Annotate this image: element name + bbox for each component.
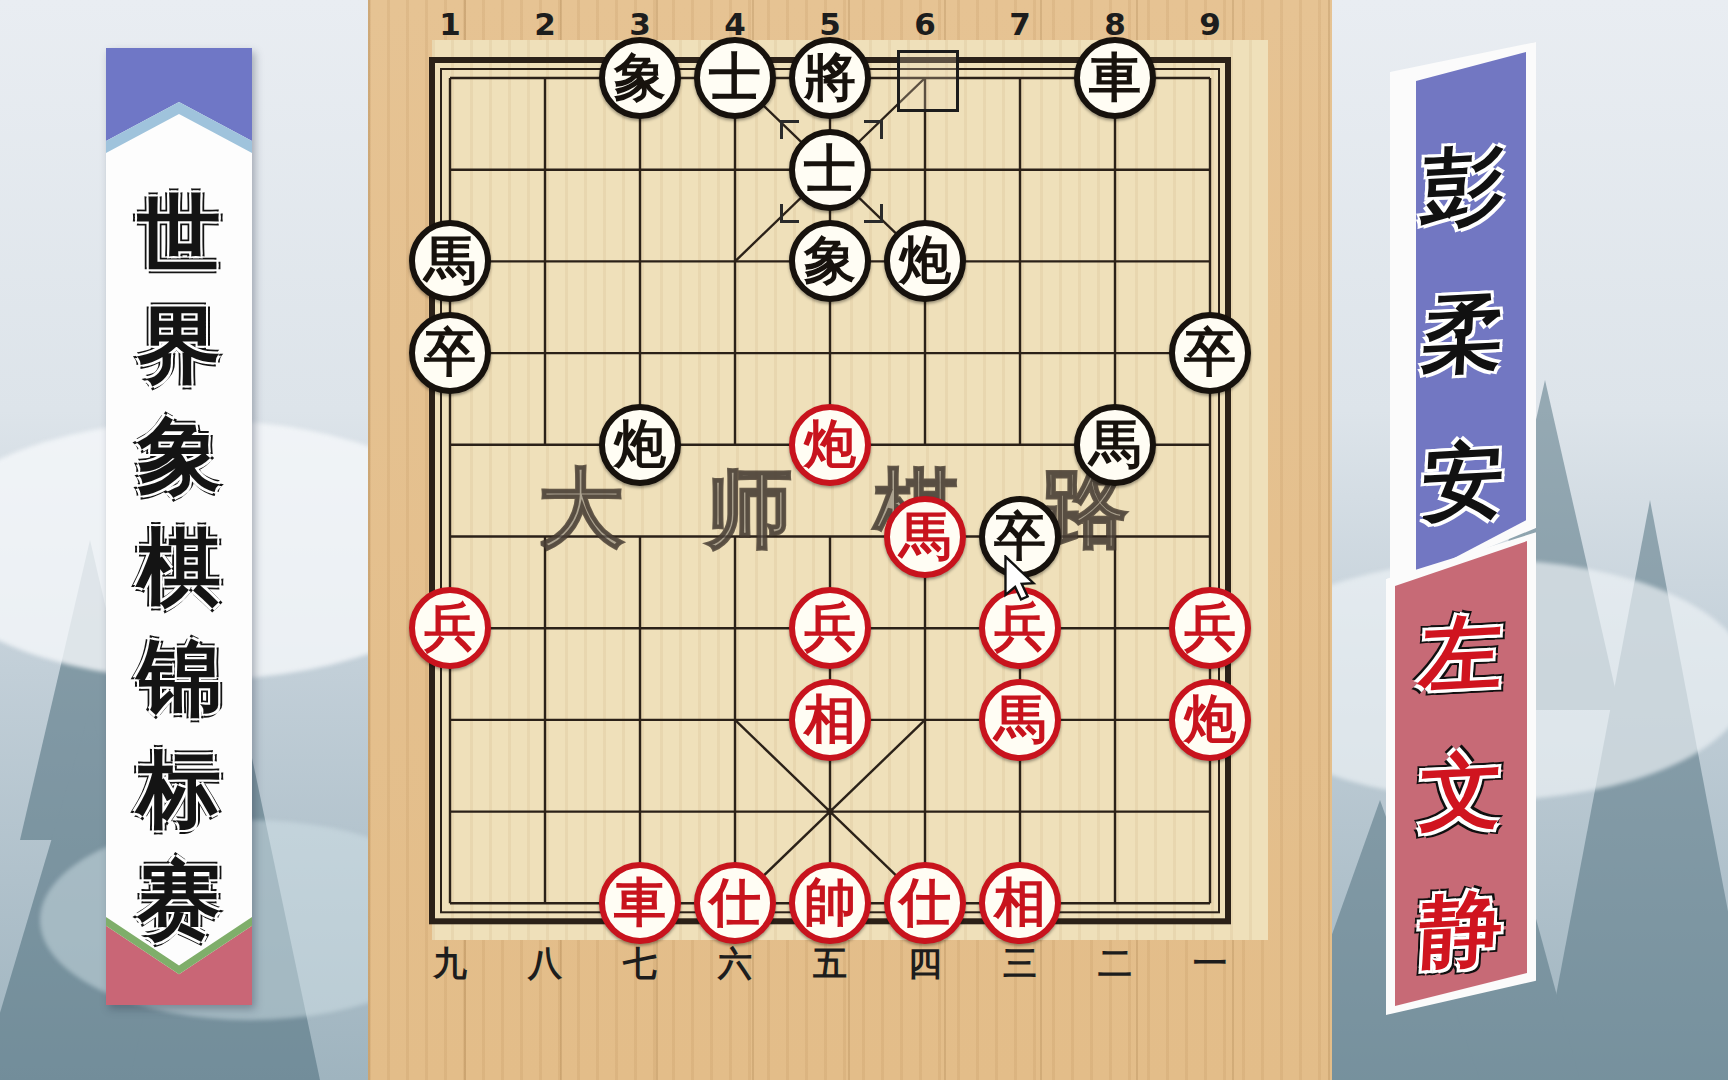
- piece-black-象-file5-rank3[interactable]: 象: [789, 220, 871, 302]
- piece-glyph: 帥: [804, 876, 856, 928]
- player-name-char: 文: [1383, 734, 1539, 852]
- file-number-bottom-1: 九: [428, 941, 472, 987]
- piece-glyph: 馬: [424, 234, 476, 286]
- piece-red-馬-file7-rank8[interactable]: 馬: [979, 679, 1061, 761]
- piece-glyph: 炮: [899, 234, 951, 286]
- title-char: 赛: [106, 844, 252, 958]
- watermark-char: 师: [706, 451, 792, 568]
- piece-black-馬-file8-rank5[interactable]: 馬: [1074, 404, 1156, 486]
- piece-glyph: 象: [614, 51, 666, 103]
- piece-red-炮-file9-rank8[interactable]: 炮: [1169, 679, 1251, 761]
- screenshot-root: 123456789 大师棋路 象士將車士馬象炮卒卒炮炮馬馬卒兵兵兵兵相馬炮車仕帥…: [0, 0, 1728, 1080]
- file-number-bottom-5: 五: [808, 941, 852, 987]
- piece-black-炮-file3-rank5[interactable]: 炮: [599, 404, 681, 486]
- piece-glyph: 兵: [804, 601, 856, 653]
- file-number-top-1: 1: [430, 6, 470, 42]
- piece-black-卒-file1-rank4[interactable]: 卒: [409, 312, 491, 394]
- piece-glyph: 卒: [1184, 326, 1236, 378]
- piece-black-車-file8-rank1[interactable]: 車: [1074, 37, 1156, 119]
- piece-black-士-file4-rank1[interactable]: 士: [694, 37, 776, 119]
- player-banner-red: 左文静: [1386, 525, 1536, 1015]
- piece-red-兵-file9-rank7[interactable]: 兵: [1169, 587, 1251, 669]
- piece-black-將-file5-rank1[interactable]: 將: [789, 37, 871, 119]
- piece-red-帥-file5-rank10[interactable]: 帥: [789, 862, 871, 944]
- piece-glyph: 仕: [709, 876, 761, 928]
- piece-black-炮-file6-rank3[interactable]: 炮: [884, 220, 966, 302]
- piece-black-馬-file1-rank3[interactable]: 馬: [409, 220, 491, 302]
- piece-glyph: 士: [709, 51, 761, 103]
- piece-red-馬-file6-rank6[interactable]: 馬: [884, 496, 966, 578]
- file-number-top-6: 6: [905, 6, 945, 42]
- piece-glyph: 卒: [424, 326, 476, 378]
- file-number-top-9: 9: [1190, 6, 1230, 42]
- piece-glyph: 馬: [994, 693, 1046, 745]
- player-name-char: 彭: [1387, 128, 1539, 245]
- piece-red-仕-file6-rank10[interactable]: 仕: [884, 862, 966, 944]
- piece-red-炮-file5-rank5[interactable]: 炮: [789, 404, 871, 486]
- piece-glyph: 馬: [1089, 418, 1141, 470]
- piece-glyph: 車: [1089, 51, 1141, 103]
- piece-red-相-file7-rank10[interactable]: 相: [979, 862, 1061, 944]
- piece-glyph: 車: [614, 876, 666, 928]
- piece-glyph: 相: [804, 693, 856, 745]
- piece-glyph: 卒: [994, 510, 1046, 562]
- file-number-top-7: 7: [1000, 6, 1040, 42]
- title-char: 世: [106, 178, 252, 292]
- file-number-bottom-2: 八: [523, 941, 567, 987]
- file-number-bottom-7: 三: [998, 941, 1042, 987]
- player-name-char: 柔: [1387, 276, 1539, 393]
- selection-corner-bracket: [864, 204, 883, 223]
- title-char: 象: [106, 400, 252, 514]
- piece-glyph: 象: [804, 234, 856, 286]
- piece-black-象-file3-rank1[interactable]: 象: [599, 37, 681, 119]
- piece-red-兵-file1-rank7[interactable]: 兵: [409, 587, 491, 669]
- piece-red-相-file5-rank8[interactable]: 相: [789, 679, 871, 761]
- piece-glyph: 炮: [1184, 693, 1236, 745]
- piece-glyph: 仕: [899, 876, 951, 928]
- title-char: 锦: [106, 622, 252, 736]
- championship-title-banner: 世界象棋锦标赛: [106, 48, 252, 1005]
- file-number-bottom-9: 一: [1188, 941, 1232, 987]
- title-char: 棋: [106, 511, 252, 625]
- player-banner-black: 彭柔安: [1390, 42, 1536, 588]
- piece-glyph: 兵: [1184, 601, 1236, 653]
- file-number-bottom-8: 二: [1093, 941, 1137, 987]
- title-char: 标: [106, 733, 252, 847]
- piece-black-卒-file7-rank6[interactable]: 卒: [979, 496, 1061, 578]
- file-number-bottom-6: 四: [903, 941, 947, 987]
- piece-red-仕-file4-rank10[interactable]: 仕: [694, 862, 776, 944]
- last-move-from-marker: [897, 50, 959, 112]
- piece-black-卒-file9-rank4[interactable]: 卒: [1169, 312, 1251, 394]
- piece-glyph: 將: [804, 51, 856, 103]
- xiangqi-board[interactable]: 123456789 大师棋路 象士將車士馬象炮卒卒炮炮馬馬卒兵兵兵兵相馬炮車仕帥…: [368, 0, 1332, 1080]
- player-name-char: 静: [1383, 872, 1539, 990]
- selection-corner-bracket: [780, 204, 799, 223]
- selection-corner-bracket: [864, 120, 883, 139]
- piece-glyph: 兵: [994, 601, 1046, 653]
- player-name-char: 左: [1383, 596, 1539, 714]
- piece-red-兵-file5-rank7[interactable]: 兵: [789, 587, 871, 669]
- piece-glyph: 相: [994, 876, 1046, 928]
- file-number-bottom-3: 七: [618, 941, 662, 987]
- file-number-bottom-4: 六: [713, 941, 757, 987]
- piece-glyph: 炮: [614, 418, 666, 470]
- piece-red-車-file3-rank10[interactable]: 車: [599, 862, 681, 944]
- piece-red-兵-file7-rank7[interactable]: 兵: [979, 587, 1061, 669]
- selection-corner-bracket: [780, 120, 799, 139]
- piece-glyph: 士: [804, 143, 856, 195]
- piece-glyph: 兵: [424, 601, 476, 653]
- banner-top-chevron: [106, 48, 252, 198]
- piece-black-士-file5-rank2[interactable]: 士: [789, 129, 871, 211]
- piece-glyph: 炮: [804, 418, 856, 470]
- piece-glyph: 馬: [899, 510, 951, 562]
- title-char: 界: [106, 289, 252, 403]
- file-number-top-2: 2: [525, 6, 565, 42]
